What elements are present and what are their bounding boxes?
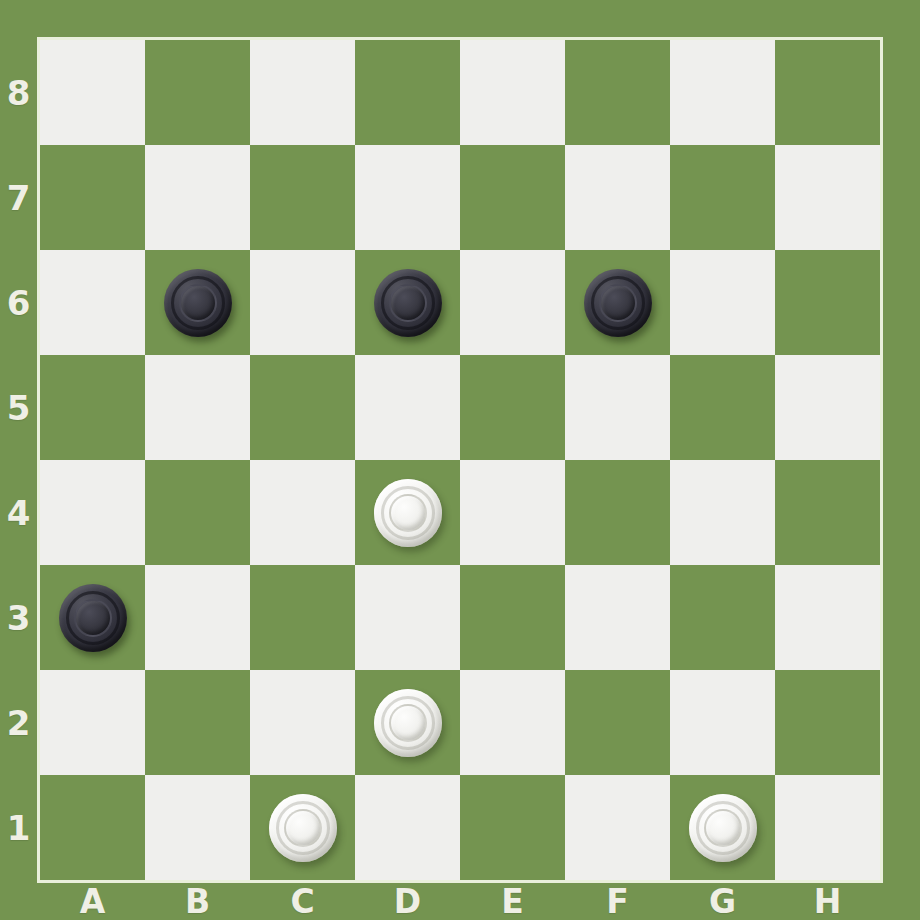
rank-label-7: 7 [0,145,37,250]
square-F5[interactable] [565,355,670,460]
square-B7[interactable] [145,145,250,250]
square-B1[interactable] [145,775,250,880]
square-A3[interactable] [40,565,145,670]
square-F4[interactable] [565,460,670,565]
file-label-D: D [355,883,460,920]
file-label-B: B [145,883,250,920]
square-B4[interactable] [145,460,250,565]
square-C1[interactable] [250,775,355,880]
square-H2[interactable] [775,670,880,775]
square-D1[interactable] [355,775,460,880]
black-man-D6[interactable] [374,269,442,337]
square-E1[interactable] [460,775,565,880]
square-H5[interactable] [775,355,880,460]
rank-label-8: 8 [0,40,37,145]
square-F1[interactable] [565,775,670,880]
black-man-B6[interactable] [164,269,232,337]
square-A1[interactable] [40,775,145,880]
rank-label-3: 3 [0,565,37,670]
square-G6[interactable] [670,250,775,355]
square-F6[interactable] [565,250,670,355]
square-H8[interactable] [775,40,880,145]
piece-center-disc [389,284,427,322]
file-label-E: E [460,883,565,920]
square-D3[interactable] [355,565,460,670]
rank-label-4: 4 [0,460,37,565]
square-C8[interactable] [250,40,355,145]
square-B8[interactable] [145,40,250,145]
square-G8[interactable] [670,40,775,145]
square-F2[interactable] [565,670,670,775]
piece-center-disc [389,494,427,532]
square-D6[interactable] [355,250,460,355]
square-H4[interactable] [775,460,880,565]
square-B6[interactable] [145,250,250,355]
square-E7[interactable] [460,145,565,250]
square-H3[interactable] [775,565,880,670]
square-A8[interactable] [40,40,145,145]
square-E6[interactable] [460,250,565,355]
square-C3[interactable] [250,565,355,670]
rank-label-2: 2 [0,670,37,775]
square-E4[interactable] [460,460,565,565]
rank-label-1: 1 [0,775,37,880]
square-F7[interactable] [565,145,670,250]
square-A5[interactable] [40,355,145,460]
square-G2[interactable] [670,670,775,775]
square-C5[interactable] [250,355,355,460]
piece-center-disc [179,284,217,322]
square-E3[interactable] [460,565,565,670]
square-H6[interactable] [775,250,880,355]
board-frame [37,37,883,883]
square-F8[interactable] [565,40,670,145]
piece-center-disc [389,704,427,742]
square-G4[interactable] [670,460,775,565]
white-man-D2[interactable] [374,689,442,757]
square-B5[interactable] [145,355,250,460]
square-C4[interactable] [250,460,355,565]
square-B3[interactable] [145,565,250,670]
piece-center-disc [284,809,322,847]
square-H7[interactable] [775,145,880,250]
file-labels: ABCDEFGH [40,883,880,920]
square-E8[interactable] [460,40,565,145]
square-A7[interactable] [40,145,145,250]
square-D8[interactable] [355,40,460,145]
black-man-A3[interactable] [59,584,127,652]
square-H1[interactable] [775,775,880,880]
checkers-board-screen: 87654321 ABCDEFGH [0,0,920,920]
square-B2[interactable] [145,670,250,775]
square-C6[interactable] [250,250,355,355]
piece-center-disc [704,809,742,847]
file-label-C: C [250,883,355,920]
square-A2[interactable] [40,670,145,775]
white-man-G1[interactable] [689,794,757,862]
square-D5[interactable] [355,355,460,460]
black-man-F6[interactable] [584,269,652,337]
square-C7[interactable] [250,145,355,250]
square-D2[interactable] [355,670,460,775]
white-man-C1[interactable] [269,794,337,862]
square-G7[interactable] [670,145,775,250]
square-A4[interactable] [40,460,145,565]
piece-center-disc [599,284,637,322]
white-man-D4[interactable] [374,479,442,547]
square-G5[interactable] [670,355,775,460]
square-G3[interactable] [670,565,775,670]
file-label-H: H [775,883,880,920]
square-E5[interactable] [460,355,565,460]
file-label-A: A [40,883,145,920]
rank-labels: 87654321 [0,40,37,880]
square-G1[interactable] [670,775,775,880]
file-label-G: G [670,883,775,920]
square-E2[interactable] [460,670,565,775]
square-C2[interactable] [250,670,355,775]
square-D4[interactable] [355,460,460,565]
file-label-F: F [565,883,670,920]
checkers-board [40,40,880,880]
square-F3[interactable] [565,565,670,670]
square-A6[interactable] [40,250,145,355]
piece-center-disc [74,599,112,637]
square-D7[interactable] [355,145,460,250]
rank-label-6: 6 [0,250,37,355]
rank-label-5: 5 [0,355,37,460]
